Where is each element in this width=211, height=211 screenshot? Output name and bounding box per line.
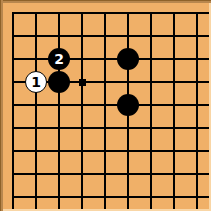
grid-line-v-5 xyxy=(104,12,106,211)
grid-line-h-5 xyxy=(12,104,211,106)
grid-line-v-4 xyxy=(81,12,83,211)
stone-white-move-1[interactable]: 1 xyxy=(25,71,47,93)
grid-line-h-2 xyxy=(12,35,211,37)
stone-move-number: 1 xyxy=(31,75,41,89)
frame-edge-top xyxy=(0,0,211,3)
grid-line-v-7 xyxy=(150,12,152,211)
stone-black[interactable] xyxy=(117,94,139,116)
frame-edge-left xyxy=(0,0,3,211)
grid-line-v-1 xyxy=(12,12,14,211)
grid-line-v-3 xyxy=(58,12,60,211)
grid-line-v-9 xyxy=(196,12,198,211)
grid-line-h-7 xyxy=(12,150,211,152)
stone-move-number: 2 xyxy=(54,52,64,66)
grid-line-v-8 xyxy=(173,12,175,211)
frame-edge-right xyxy=(209,0,211,211)
stone-black[interactable] xyxy=(117,48,139,70)
go-board-diagram: 12 xyxy=(0,0,211,211)
hoshi-point xyxy=(79,79,86,86)
grid-line-v-2 xyxy=(35,12,37,211)
stone-black[interactable] xyxy=(48,71,70,93)
grid-line-h-8 xyxy=(12,173,211,175)
grid-line-h-9 xyxy=(12,196,211,198)
grid-line-h-6 xyxy=(12,127,211,129)
stone-black-move-2[interactable]: 2 xyxy=(48,48,70,70)
grid-line-h-3 xyxy=(12,58,211,60)
frame-edge-bottom xyxy=(0,209,211,211)
grid-line-h-1 xyxy=(12,12,211,14)
